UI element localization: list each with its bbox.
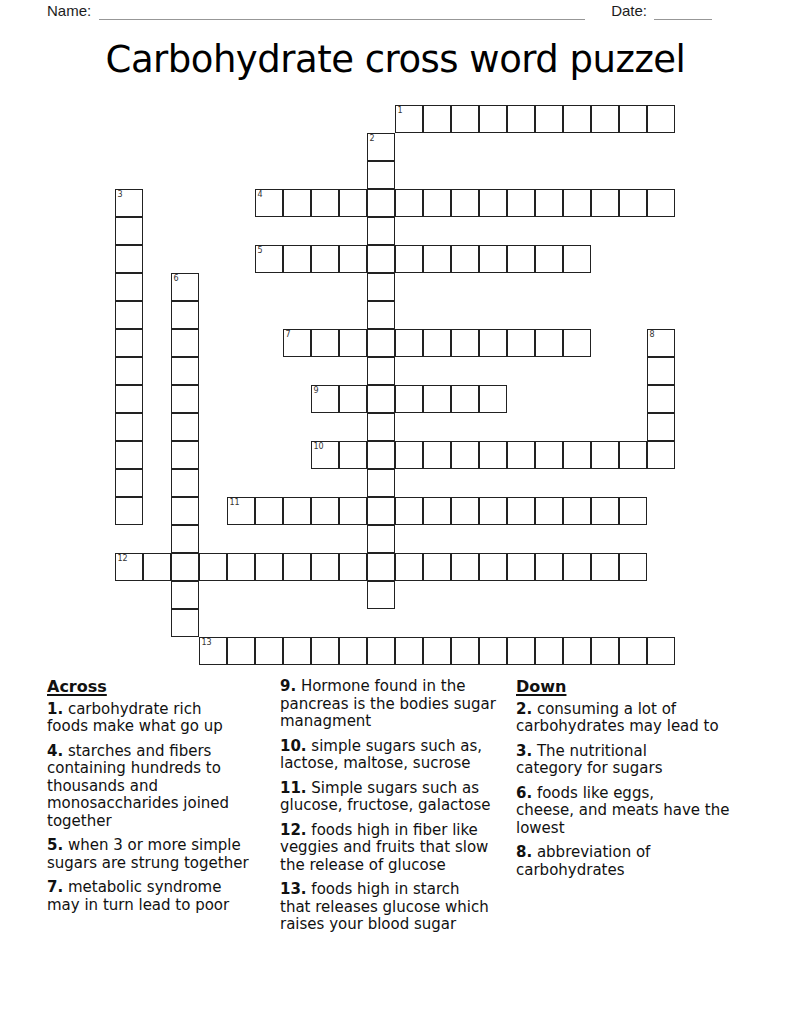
grid-cell-r10c10[interactable]: [395, 385, 423, 413]
grid-cell-r3c0[interactable]: 3: [115, 189, 143, 217]
clue-across-9-number: 9.: [280, 677, 296, 695]
clue-across-7-number: 7.: [47, 878, 63, 896]
grid-cell-r0c14[interactable]: [507, 105, 535, 133]
grid-cell-r6c2[interactable]: 6: [171, 273, 199, 301]
cell-number-10: 10: [314, 442, 324, 451]
grid-cell-r8c7[interactable]: [311, 329, 339, 357]
grid-cell-r16c13[interactable]: [479, 553, 507, 581]
grid-cell-r14c12[interactable]: [451, 497, 479, 525]
clue-across-10: 10. simple sugars such as, lactose, malt…: [280, 738, 513, 773]
grid-cell-r16c11[interactable]: [423, 553, 451, 581]
grid-cell-r12c9[interactable]: [367, 441, 395, 469]
grid-cell-r5c8[interactable]: [339, 245, 367, 273]
grid-cell-r14c17[interactable]: [591, 497, 619, 525]
grid-cell-r16c9[interactable]: [367, 553, 395, 581]
grid-cell-r4c0[interactable]: [115, 217, 143, 245]
grid-cell-r13c0[interactable]: [115, 469, 143, 497]
grid-cell-r19c9[interactable]: [367, 637, 395, 665]
clue-across-11-number: 11.: [280, 779, 307, 797]
grid-cell-r3c18[interactable]: [619, 189, 647, 217]
grid-cell-r8c19[interactable]: 8: [647, 329, 675, 357]
grid-cell-r17c9[interactable]: [367, 581, 395, 609]
grid-cell-r14c4[interactable]: 11: [227, 497, 255, 525]
grid-cell-r5c14[interactable]: [507, 245, 535, 273]
grid-cell-r3c16[interactable]: [563, 189, 591, 217]
grid-cell-r12c16[interactable]: [563, 441, 591, 469]
grid-cell-r19c3[interactable]: 13: [199, 637, 227, 665]
grid-cell-r9c2[interactable]: [171, 357, 199, 385]
down-clues-column: Down 2. consuming a lot of carbohydrates…: [516, 678, 744, 886]
clue-across-4-number: 4.: [47, 742, 63, 760]
page-title: Carbohydrate cross word puzzel: [0, 38, 791, 82]
grid-cell-r3c11[interactable]: [423, 189, 451, 217]
cell-number-12: 12: [118, 554, 128, 563]
grid-cell-r7c9[interactable]: [367, 301, 395, 329]
grid-cell-r8c12[interactable]: [451, 329, 479, 357]
grid-cell-r4c9[interactable]: [367, 217, 395, 245]
grid-cell-r10c2[interactable]: [171, 385, 199, 413]
grid-cell-r19c15[interactable]: [535, 637, 563, 665]
clue-across-4: 4. starches and fibers containing hundre…: [47, 743, 265, 831]
cell-number-9: 9: [314, 386, 319, 395]
grid-cell-r16c18[interactable]: [619, 553, 647, 581]
grid-cell-r8c2[interactable]: [171, 329, 199, 357]
grid-cell-r14c5[interactable]: [255, 497, 283, 525]
grid-cell-r11c9[interactable]: [367, 413, 395, 441]
crossword-grid: 12345678910111213: [115, 105, 675, 665]
grid-cell-r19c11[interactable]: [423, 637, 451, 665]
grid-cell-r14c11[interactable]: [423, 497, 451, 525]
grid-cell-r12c13[interactable]: [479, 441, 507, 469]
grid-cell-r0c15[interactable]: [535, 105, 563, 133]
grid-cell-r12c2[interactable]: [171, 441, 199, 469]
cell-number-13: 13: [202, 638, 212, 647]
grid-cell-r19c18[interactable]: [619, 637, 647, 665]
grid-cell-r3c15[interactable]: [535, 189, 563, 217]
clue-down-3-number: 3.: [516, 742, 532, 760]
grid-cell-r16c6[interactable]: [283, 553, 311, 581]
grid-cell-r10c9[interactable]: [367, 385, 395, 413]
clue-down-2: 2. consuming a lot of carbohydrates may …: [516, 701, 744, 736]
clue-across-12-number: 12.: [280, 821, 307, 839]
grid-cell-r15c2[interactable]: [171, 525, 199, 553]
cell-number-3: 3: [118, 190, 123, 199]
across-clues-column: Across 1. carbohydrate rich foods make w…: [47, 678, 265, 921]
grid-cell-r10c0[interactable]: [115, 385, 143, 413]
grid-cell-r5c0[interactable]: [115, 245, 143, 273]
grid-cell-r14c14[interactable]: [507, 497, 535, 525]
grid-cell-r10c19[interactable]: [647, 385, 675, 413]
grid-cell-r0c10[interactable]: 1: [395, 105, 423, 133]
grid-cell-r11c0[interactable]: [115, 413, 143, 441]
grid-cell-r8c6[interactable]: 7: [283, 329, 311, 357]
grid-cell-r12c17[interactable]: [591, 441, 619, 469]
clue-across-12: 12. foods high in fiber like veggies and…: [280, 822, 513, 875]
clue-across-5-number: 5.: [47, 836, 63, 854]
grid-cell-r12c15[interactable]: [535, 441, 563, 469]
across-header: Across: [47, 678, 265, 696]
grid-cell-r16c7[interactable]: [311, 553, 339, 581]
grid-cell-r5c7[interactable]: [311, 245, 339, 273]
grid-cell-r19c4[interactable]: [227, 637, 255, 665]
grid-cell-r5c5[interactable]: 5: [255, 245, 283, 273]
cell-number-8: 8: [650, 330, 655, 339]
grid-cell-r13c2[interactable]: [171, 469, 199, 497]
grid-cell-r19c13[interactable]: [479, 637, 507, 665]
grid-cell-r5c6[interactable]: [283, 245, 311, 273]
grid-cell-r12c14[interactable]: [507, 441, 535, 469]
grid-cell-r19c8[interactable]: [339, 637, 367, 665]
across-clues-column-continued: 9. Hormone found in the pancreas is the …: [280, 678, 513, 941]
grid-cell-r16c5[interactable]: [255, 553, 283, 581]
grid-cell-r12c11[interactable]: [423, 441, 451, 469]
grid-cell-r14c2[interactable]: [171, 497, 199, 525]
grid-cell-r10c13[interactable]: [479, 385, 507, 413]
grid-cell-r18c2[interactable]: [171, 609, 199, 637]
grid-cell-r19c7[interactable]: [311, 637, 339, 665]
grid-cell-r12c19[interactable]: [647, 441, 675, 469]
grid-cell-r16c1[interactable]: [143, 553, 171, 581]
grid-cell-r3c14[interactable]: [507, 189, 535, 217]
grid-cell-r3c19[interactable]: [647, 189, 675, 217]
grid-cell-r0c18[interactable]: [619, 105, 647, 133]
grid-cell-r5c15[interactable]: [535, 245, 563, 273]
grid-cell-r3c7[interactable]: [311, 189, 339, 217]
grid-cell-r0c16[interactable]: [563, 105, 591, 133]
grid-cell-r14c13[interactable]: [479, 497, 507, 525]
grid-cell-r6c0[interactable]: [115, 273, 143, 301]
clue-across-10-number: 10.: [280, 737, 307, 755]
date-label: Date:: [611, 2, 647, 20]
grid-cell-r19c6[interactable]: [283, 637, 311, 665]
grid-cell-r3c6[interactable]: [283, 189, 311, 217]
clue-down-8-number: 8.: [516, 843, 532, 861]
clue-across-13-number: 13.: [280, 880, 307, 898]
grid-cell-r5c12[interactable]: [451, 245, 479, 273]
cell-number-7: 7: [286, 330, 291, 339]
grid-cell-r16c17[interactable]: [591, 553, 619, 581]
grid-cell-r14c9[interactable]: [367, 497, 395, 525]
grid-cell-r12c8[interactable]: [339, 441, 367, 469]
grid-cell-r11c19[interactable]: [647, 413, 675, 441]
grid-cell-r14c10[interactable]: [395, 497, 423, 525]
grid-cell-r16c2[interactable]: [171, 553, 199, 581]
grid-cell-r3c10[interactable]: [395, 189, 423, 217]
grid-cell-r5c9[interactable]: [367, 245, 395, 273]
grid-cell-r3c17[interactable]: [591, 189, 619, 217]
cell-number-11: 11: [230, 498, 240, 507]
grid-cell-r8c0[interactable]: [115, 329, 143, 357]
grid-cell-r7c2[interactable]: [171, 301, 199, 329]
clue-down-6-number: 6.: [516, 784, 532, 802]
worksheet-header: Name: Date:: [47, 2, 712, 20]
grid-cell-r0c19[interactable]: [647, 105, 675, 133]
clue-across-11: 11. Simple sugars such as glucose, fruct…: [280, 780, 513, 815]
cell-number-6: 6: [174, 274, 179, 283]
grid-cell-r13c9[interactable]: [367, 469, 395, 497]
grid-cell-r14c16[interactable]: [563, 497, 591, 525]
name-label: Name:: [47, 2, 91, 20]
grid-cell-r10c7[interactable]: 9: [311, 385, 339, 413]
grid-cell-r5c10[interactable]: [395, 245, 423, 273]
grid-cell-r19c5[interactable]: [255, 637, 283, 665]
grid-cell-r12c10[interactable]: [395, 441, 423, 469]
clue-down-3: 3. The nutritional category for sugars: [516, 743, 744, 778]
grid-cell-r16c14[interactable]: [507, 553, 535, 581]
cell-number-4: 4: [258, 190, 263, 199]
grid-cell-r19c14[interactable]: [507, 637, 535, 665]
grid-cell-r0c11[interactable]: [423, 105, 451, 133]
grid-cell-r8c15[interactable]: [535, 329, 563, 357]
grid-cell-r16c4[interactable]: [227, 553, 255, 581]
grid-cell-r1c9[interactable]: 2: [367, 133, 395, 161]
clue-across-5: 5. when 3 or more simple sugars are stru…: [47, 837, 265, 872]
grid-cell-r16c10[interactable]: [395, 553, 423, 581]
grid-cell-r0c13[interactable]: [479, 105, 507, 133]
grid-cell-r10c12[interactable]: [451, 385, 479, 413]
grid-cell-r17c2[interactable]: [171, 581, 199, 609]
grid-cell-r8c8[interactable]: [339, 329, 367, 357]
grid-cell-r16c12[interactable]: [451, 553, 479, 581]
grid-cell-r12c12[interactable]: [451, 441, 479, 469]
grid-cell-r10c11[interactable]: [423, 385, 451, 413]
grid-cell-r19c16[interactable]: [563, 637, 591, 665]
grid-cell-r11c2[interactable]: [171, 413, 199, 441]
clue-down-8: 8. abbreviation of carbohydrates: [516, 844, 744, 879]
grid-cell-r19c10[interactable]: [395, 637, 423, 665]
grid-cell-r8c10[interactable]: [395, 329, 423, 357]
clue-down-2-number: 2.: [516, 700, 532, 718]
clue-across-7: 7. metabolic syndrome may in turn lead t…: [47, 879, 265, 914]
grid-cell-r6c9[interactable]: [367, 273, 395, 301]
grid-cell-r19c12[interactable]: [451, 637, 479, 665]
grid-cell-r2c9[interactable]: [367, 161, 395, 189]
grid-cell-r8c13[interactable]: [479, 329, 507, 357]
grid-cell-r9c9[interactable]: [367, 357, 395, 385]
date-blank-line: [654, 4, 712, 20]
clue-across-13: 13. foods high in starch that releases g…: [280, 881, 513, 934]
clue-across-1: 1. carbohydrate rich foods make what go …: [47, 701, 265, 736]
down-header: Down: [516, 678, 744, 696]
grid-cell-r8c11[interactable]: [423, 329, 451, 357]
clue-across-9: 9. Hormone found in the pancreas is the …: [280, 678, 513, 731]
clue-down-6: 6. foods like eggs, cheese, and meats ha…: [516, 785, 744, 838]
grid-cell-r0c12[interactable]: [451, 105, 479, 133]
grid-cell-r12c0[interactable]: [115, 441, 143, 469]
grid-cell-r5c16[interactable]: [563, 245, 591, 273]
grid-cell-r16c15[interactable]: [535, 553, 563, 581]
grid-cell-r15c9[interactable]: [367, 525, 395, 553]
grid-cell-r14c0[interactable]: [115, 497, 143, 525]
grid-cell-r14c15[interactable]: [535, 497, 563, 525]
grid-cell-r9c0[interactable]: [115, 357, 143, 385]
grid-cell-r8c14[interactable]: [507, 329, 535, 357]
grid-cell-r5c11[interactable]: [423, 245, 451, 273]
grid-cell-r7c0[interactable]: [115, 301, 143, 329]
grid-cell-r3c13[interactable]: [479, 189, 507, 217]
grid-cell-r12c7[interactable]: 10: [311, 441, 339, 469]
grid-cell-r16c8[interactable]: [339, 553, 367, 581]
grid-cell-r0c17[interactable]: [591, 105, 619, 133]
grid-cell-r10c8[interactable]: [339, 385, 367, 413]
grid-cell-r14c18[interactable]: [619, 497, 647, 525]
grid-cell-r3c8[interactable]: [339, 189, 367, 217]
grid-cell-r19c17[interactable]: [591, 637, 619, 665]
grid-cell-r14c8[interactable]: [339, 497, 367, 525]
grid-cell-r12c18[interactable]: [619, 441, 647, 469]
name-blank-line: [99, 4, 585, 20]
clue-across-1-number: 1.: [47, 700, 63, 718]
grid-cell-r16c3[interactable]: [199, 553, 227, 581]
grid-cell-r8c9[interactable]: [367, 329, 395, 357]
cell-number-1: 1: [398, 106, 403, 115]
grid-cell-r5c13[interactable]: [479, 245, 507, 273]
grid-cell-r3c9[interactable]: [367, 189, 395, 217]
grid-cell-r3c12[interactable]: [451, 189, 479, 217]
cell-number-2: 2: [370, 134, 375, 143]
grid-cell-r14c7[interactable]: [311, 497, 339, 525]
grid-cell-r8c16[interactable]: [563, 329, 591, 357]
grid-cell-r19c19[interactable]: [647, 637, 675, 665]
grid-cell-r3c5[interactable]: 4: [255, 189, 283, 217]
cell-number-5: 5: [258, 246, 263, 255]
grid-cell-r9c19[interactable]: [647, 357, 675, 385]
grid-cell-r16c0[interactable]: 12: [115, 553, 143, 581]
grid-cell-r14c6[interactable]: [283, 497, 311, 525]
grid-cell-r16c16[interactable]: [563, 553, 591, 581]
